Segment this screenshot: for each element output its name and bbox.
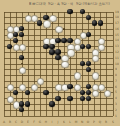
black-stone[interactable] — [86, 32, 91, 37]
grid-line-vertical — [106, 12, 107, 116]
row-coordinate-label: 18 — [115, 16, 119, 19]
white-stone[interactable] — [31, 84, 38, 91]
black-stone[interactable] — [80, 44, 85, 49]
row-coordinate-label: 16 — [115, 27, 119, 30]
column-coordinate-label: K — [63, 120, 66, 123]
white-stone[interactable] — [92, 55, 99, 62]
row-coordinate-label: 17 — [115, 22, 119, 25]
grid-line-vertical — [113, 12, 114, 116]
black-stone[interactable] — [67, 38, 72, 43]
black-stone[interactable] — [86, 67, 91, 72]
black-stone[interactable] — [80, 90, 85, 95]
star-point — [63, 98, 65, 100]
column-coordinate-label: R — [105, 120, 108, 123]
black-stone[interactable] — [92, 20, 97, 25]
column-coordinate-label: M — [75, 120, 78, 123]
grid-line-vertical — [76, 12, 77, 116]
column-coordinate-label: O — [87, 120, 90, 123]
white-stone[interactable] — [92, 90, 99, 97]
black-stone[interactable] — [49, 101, 54, 106]
row-coordinate-label: 7 — [115, 79, 117, 82]
black-stone[interactable] — [25, 90, 30, 95]
black-stone[interactable] — [61, 38, 66, 43]
star-point — [63, 28, 65, 30]
column-coordinate-label: Q — [99, 120, 102, 123]
black-stone[interactable] — [55, 38, 60, 43]
black-stone[interactable] — [19, 107, 24, 112]
black-stone[interactable] — [25, 101, 30, 106]
black-stone[interactable] — [7, 44, 12, 49]
star-point — [21, 98, 23, 100]
black-stone[interactable] — [80, 96, 85, 101]
black-stone[interactable] — [86, 44, 91, 49]
column-coordinate-label: D — [20, 120, 23, 123]
black-stone[interactable] — [37, 20, 42, 25]
grid-line-vertical — [94, 12, 95, 116]
row-coordinate-label: 2 — [115, 108, 117, 111]
black-stone[interactable] — [19, 101, 24, 106]
black-stone[interactable] — [55, 96, 60, 101]
row-coordinate-label: 19 — [115, 10, 119, 13]
black-stone[interactable] — [19, 55, 24, 60]
column-coordinate-label: H — [44, 120, 47, 123]
black-stone[interactable] — [43, 44, 48, 49]
black-stone[interactable] — [86, 90, 91, 95]
row-coordinate-label: 1 — [115, 114, 117, 117]
black-stone[interactable] — [43, 15, 48, 20]
row-coordinate-label: 13 — [115, 45, 119, 48]
column-coordinate-label: G — [38, 120, 41, 123]
black-stone[interactable] — [19, 26, 24, 31]
white-stone[interactable] — [74, 72, 81, 79]
row-coordinate-label: 8 — [115, 74, 117, 77]
black-stone[interactable] — [98, 20, 103, 25]
black-stone[interactable] — [43, 90, 48, 95]
column-coordinate-label: J — [57, 120, 60, 123]
black-stone[interactable] — [86, 96, 91, 101]
column-coordinate-label: L — [69, 120, 72, 123]
black-stone[interactable] — [55, 55, 60, 60]
row-coordinate-label: 3 — [115, 102, 117, 105]
white-stone[interactable] — [55, 26, 62, 33]
black-stone[interactable] — [86, 84, 91, 89]
white-stone[interactable] — [19, 44, 26, 51]
white-stone[interactable] — [19, 67, 26, 74]
black-stone[interactable] — [86, 61, 91, 66]
black-stone[interactable] — [67, 96, 72, 101]
column-coordinate-label: I — [50, 120, 53, 123]
black-stone[interactable] — [86, 15, 91, 20]
black-stone[interactable] — [13, 90, 18, 95]
column-coordinate-label: N — [81, 120, 84, 123]
grid-line-horizontal — [4, 116, 114, 117]
row-coordinate-label: 15 — [115, 33, 119, 36]
grid-line-horizontal — [4, 64, 114, 65]
black-stone[interactable] — [13, 32, 18, 37]
row-coordinate-label: 12 — [115, 50, 119, 53]
grid-line-horizontal — [4, 81, 114, 82]
column-coordinate-label: S — [111, 120, 114, 123]
black-stone[interactable] — [67, 9, 72, 14]
black-stone[interactable] — [55, 49, 60, 54]
column-coordinate-label: A — [2, 120, 5, 123]
row-coordinate-label: 10 — [115, 62, 119, 65]
white-stone[interactable] — [37, 78, 44, 85]
row-coordinate-label: 11 — [115, 56, 119, 59]
black-stone[interactable] — [80, 61, 85, 66]
black-stone[interactable] — [19, 32, 24, 37]
black-stone[interactable] — [49, 49, 54, 54]
white-stone[interactable] — [92, 72, 99, 79]
black-stone[interactable] — [49, 44, 54, 49]
column-coordinate-label: E — [26, 120, 29, 123]
column-coordinate-label: B — [8, 120, 11, 123]
go-game-screen: B 빠른대국 9단 · 흑 9단 · 백 9단 (제한시간 초읽기) ABCDE… — [0, 0, 120, 126]
row-coordinate-label: 6 — [115, 85, 117, 88]
white-stone[interactable] — [98, 44, 105, 51]
column-coordinate-label: C — [14, 120, 17, 123]
black-stone[interactable] — [80, 9, 85, 14]
column-coordinate-label: F — [32, 120, 35, 123]
go-board[interactable]: ABCDEFGHIJKLMNOPQRS191817161514131211109… — [0, 0, 120, 126]
white-stone[interactable] — [104, 90, 111, 97]
black-stone[interactable] — [13, 38, 18, 43]
white-stone[interactable] — [61, 61, 68, 68]
black-stone[interactable] — [67, 84, 72, 89]
white-stone[interactable] — [43, 20, 50, 27]
white-stone[interactable] — [67, 49, 74, 56]
row-coordinate-label: 14 — [115, 39, 119, 42]
row-coordinate-label: 5 — [115, 91, 117, 94]
row-coordinate-label: 4 — [115, 97, 117, 100]
column-coordinate-label: P — [93, 120, 96, 123]
row-coordinate-label: 9 — [115, 68, 117, 71]
